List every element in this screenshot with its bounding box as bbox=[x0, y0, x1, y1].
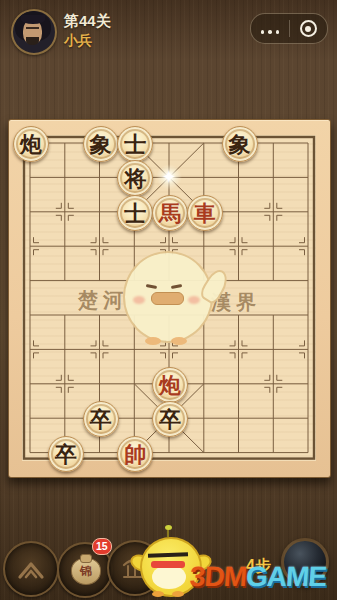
home-button[interactable] bbox=[290, 14, 328, 43]
pieces-layer: 炮象士象将士馬車炮卒卒卒帥 bbox=[9, 120, 330, 477]
xiangqi-board: 楚河 漢界 炮象士象将士馬車炮卒卒卒帥 ✦ bbox=[8, 119, 331, 478]
money-bag-icon: 锦 bbox=[71, 558, 101, 585]
mascot-wing bbox=[188, 551, 215, 575]
piece-black-general[interactable]: 将 bbox=[117, 160, 153, 196]
piece-black-soldier[interactable]: 卒 bbox=[152, 401, 188, 437]
collapse-button[interactable] bbox=[3, 541, 59, 597]
player-rank-label: 小兵 bbox=[64, 32, 92, 50]
mascot-foot bbox=[152, 591, 164, 597]
piece-red-chariot[interactable]: 車 bbox=[187, 195, 223, 231]
brand-3dm: 3DM bbox=[189, 561, 247, 592]
piece-black-soldier[interactable]: 卒 bbox=[83, 401, 119, 437]
miniprogram-capsule bbox=[250, 13, 328, 44]
chevron-up-icon bbox=[16, 557, 46, 581]
target-circle-icon bbox=[300, 20, 317, 37]
piece-black-advisor[interactable]: 士 bbox=[117, 126, 153, 162]
avatar-brow bbox=[26, 27, 39, 29]
pavilion-icon bbox=[121, 555, 149, 581]
three-dots-icon bbox=[259, 20, 282, 38]
piece-black-advisor[interactable]: 士 bbox=[117, 195, 153, 231]
piece-red-general[interactable]: 帥 bbox=[117, 436, 153, 472]
more-button[interactable] bbox=[251, 14, 289, 43]
piece-black-soldier[interactable]: 卒 bbox=[48, 436, 84, 472]
piece-red-horse[interactable]: 馬 bbox=[152, 195, 188, 231]
pavilion-button[interactable] bbox=[107, 540, 163, 596]
mascot-foot bbox=[172, 591, 184, 597]
level-title: 第44关 bbox=[64, 12, 111, 31]
piece-black-elephant[interactable]: 象 bbox=[222, 126, 258, 162]
stone-button[interactable] bbox=[281, 538, 329, 586]
avatar-fringe bbox=[21, 15, 45, 24]
piece-black-elephant[interactable]: 象 bbox=[83, 126, 119, 162]
mascot-sprout bbox=[167, 529, 169, 537]
piece-red-cannon[interactable]: 炮 bbox=[152, 367, 188, 403]
pouch-button[interactable]: 锦 15 bbox=[57, 542, 113, 598]
pouch-badge: 15 bbox=[92, 538, 112, 555]
app-screen: 第44关 小兵 楚河 漢界 炮象士象将士馬車炮卒卒卒帥 ✦ bbox=[0, 0, 337, 600]
avatar[interactable] bbox=[11, 9, 57, 55]
steps-remaining-label: 4步 bbox=[246, 556, 271, 577]
piece-black-cannon[interactable]: 炮 bbox=[13, 126, 49, 162]
avatar-beard bbox=[26, 37, 39, 45]
